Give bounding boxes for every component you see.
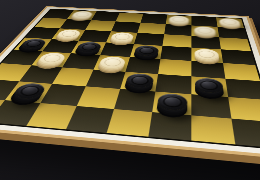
cream-piece-b8[interactable] [71, 11, 94, 19]
square-g1[interactable] [191, 115, 235, 144]
cream-piece-f8[interactable] [169, 16, 189, 24]
cream-piece-h8[interactable] [219, 18, 241, 26]
cream-piece-g7[interactable] [194, 26, 216, 35]
scene [0, 0, 260, 180]
cream-piece-d6[interactable] [110, 32, 135, 42]
black-piece-f2[interactable] [157, 93, 188, 112]
black-piece-e3[interactable] [125, 73, 155, 88]
cream-piece-d4[interactable] [98, 56, 127, 69]
black-piece-e5[interactable] [134, 45, 159, 57]
cream-piece-b6[interactable] [56, 29, 82, 39]
black-piece-b2[interactable] [11, 83, 48, 100]
checkers-board [0, 6, 260, 160]
photo-background [0, 0, 260, 180]
cream-piece-b4[interactable] [37, 52, 68, 65]
square-h1[interactable] [231, 119, 260, 149]
square-f1[interactable] [148, 112, 191, 140]
cream-piece-g5[interactable] [195, 48, 220, 60]
board-white-trim [0, 7, 260, 157]
black-piece-g3[interactable] [195, 77, 224, 93]
playfield-grid [0, 9, 260, 151]
square-e1[interactable] [107, 109, 153, 137]
black-piece-c5[interactable] [75, 42, 103, 53]
